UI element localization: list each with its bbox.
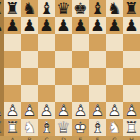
square-a1[interactable]: ♜♖ xyxy=(4,119,21,136)
square-g6[interactable] xyxy=(106,34,123,51)
piece-black-bishop[interactable]: ♝ xyxy=(89,0,106,17)
square-d8[interactable]: ♛ xyxy=(55,0,72,17)
piece-white-pawn[interactable]: ♙ xyxy=(38,102,55,119)
piece-black-queen[interactable]: ♛ xyxy=(55,0,72,17)
square-e4[interactable] xyxy=(72,68,89,85)
square-e8[interactable]: ♚ xyxy=(72,0,89,17)
square-a2[interactable]: ♟♙ xyxy=(4,102,21,119)
square-h6[interactable] xyxy=(123,34,140,51)
square-c3[interactable] xyxy=(38,85,55,102)
piece-white-bishop[interactable]: ♗ xyxy=(89,119,106,136)
square-f4[interactable] xyxy=(89,68,106,85)
square-c7[interactable]: ♟ xyxy=(38,17,55,34)
square-g8[interactable]: ♞ xyxy=(106,0,123,17)
square-c1[interactable]: ♝♗ xyxy=(38,119,55,136)
piece-black-bishop[interactable]: ♝ xyxy=(38,0,55,17)
square-h4[interactable] xyxy=(123,68,140,85)
square-d2[interactable]: ♟♙ xyxy=(55,102,72,119)
piece-black-pawn[interactable]: ♟ xyxy=(123,17,140,34)
square-g5[interactable] xyxy=(106,51,123,68)
piece-white-bishop[interactable]: ♗ xyxy=(38,119,55,136)
file-label-g: G xyxy=(106,136,123,140)
square-f1[interactable]: ♝♗ xyxy=(89,119,106,136)
square-b6[interactable] xyxy=(21,34,38,51)
piece-white-queen[interactable]: ♕ xyxy=(55,119,72,136)
square-h3[interactable] xyxy=(123,85,140,102)
chess-app-window: ♜♞♝♛♚♝♞♜♟♟♟♟♟♟♟♟♟♙♟♙♟♙♟♙♟♙♟♙♟♙♟♙♜♖♞♘♝♗♛♕… xyxy=(0,0,140,140)
square-f3[interactable] xyxy=(89,85,106,102)
piece-white-pawn[interactable]: ♙ xyxy=(21,102,38,119)
piece-white-rook[interactable]: ♖ xyxy=(123,119,140,136)
file-label-d: D xyxy=(55,136,72,140)
square-e5[interactable] xyxy=(72,51,89,68)
piece-black-pawn[interactable]: ♟ xyxy=(106,17,123,34)
piece-white-knight[interactable]: ♘ xyxy=(21,119,38,136)
square-b2[interactable]: ♟♙ xyxy=(21,102,38,119)
square-b4[interactable] xyxy=(21,68,38,85)
piece-white-pawn[interactable]: ♙ xyxy=(4,102,21,119)
piece-black-pawn[interactable]: ♟ xyxy=(89,17,106,34)
square-b5[interactable] xyxy=(21,51,38,68)
square-a6[interactable] xyxy=(4,34,21,51)
square-h1[interactable]: ♜♖ xyxy=(123,119,140,136)
square-c5[interactable] xyxy=(38,51,55,68)
piece-black-pawn[interactable]: ♟ xyxy=(38,17,55,34)
square-h7[interactable]: ♟ xyxy=(123,17,140,34)
square-b1[interactable]: ♞♘ xyxy=(21,119,38,136)
square-f6[interactable] xyxy=(89,34,106,51)
square-b7[interactable]: ♟ xyxy=(21,17,38,34)
piece-white-pawn[interactable]: ♙ xyxy=(72,102,89,119)
square-c6[interactable] xyxy=(38,34,55,51)
square-a3[interactable] xyxy=(4,85,21,102)
square-c4[interactable] xyxy=(38,68,55,85)
square-d3[interactable] xyxy=(55,85,72,102)
piece-white-pawn[interactable]: ♙ xyxy=(106,102,123,119)
square-d5[interactable] xyxy=(55,51,72,68)
square-f8[interactable]: ♝ xyxy=(89,0,106,17)
piece-black-rook[interactable]: ♜ xyxy=(4,0,21,17)
piece-white-pawn[interactable]: ♙ xyxy=(55,102,72,119)
piece-black-knight[interactable]: ♞ xyxy=(21,0,38,17)
file-labels-bar: ABCDEFGH xyxy=(0,136,140,140)
piece-black-rook[interactable]: ♜ xyxy=(123,0,140,17)
square-h5[interactable] xyxy=(123,51,140,68)
square-a7[interactable]: ♟ xyxy=(4,17,21,34)
piece-black-pawn[interactable]: ♟ xyxy=(55,17,72,34)
square-d7[interactable]: ♟ xyxy=(55,17,72,34)
square-h8[interactable]: ♜ xyxy=(123,0,140,17)
file-label-f: F xyxy=(89,136,106,140)
square-d1[interactable]: ♛♕ xyxy=(55,119,72,136)
square-a5[interactable] xyxy=(4,51,21,68)
file-label-b: B xyxy=(21,136,38,140)
square-g3[interactable] xyxy=(106,85,123,102)
square-a8[interactable]: ♜ xyxy=(4,0,21,17)
square-d6[interactable] xyxy=(55,34,72,51)
square-f7[interactable]: ♟ xyxy=(89,17,106,34)
square-f5[interactable] xyxy=(89,51,106,68)
chess-board: ♜♞♝♛♚♝♞♜♟♟♟♟♟♟♟♟♟♙♟♙♟♙♟♙♟♙♟♙♟♙♟♙♜♖♞♘♝♗♛♕… xyxy=(4,0,140,136)
square-e7[interactable]: ♟ xyxy=(72,17,89,34)
file-label-e: E xyxy=(72,136,89,140)
piece-black-pawn[interactable]: ♟ xyxy=(21,17,38,34)
file-label-a: A xyxy=(4,136,21,140)
square-g4[interactable] xyxy=(106,68,123,85)
square-b8[interactable]: ♞ xyxy=(21,0,38,17)
square-g1[interactable]: ♞♘ xyxy=(106,119,123,136)
square-a4[interactable] xyxy=(4,68,21,85)
square-h2[interactable]: ♟♙ xyxy=(123,102,140,119)
file-label-c: C xyxy=(38,136,55,140)
square-c8[interactable]: ♝ xyxy=(38,0,55,17)
square-g7[interactable]: ♟ xyxy=(106,17,123,34)
piece-white-rook[interactable]: ♖ xyxy=(4,119,21,136)
piece-black-knight[interactable]: ♞ xyxy=(106,0,123,17)
file-label-h: H xyxy=(123,136,140,140)
piece-white-king[interactable]: ♔ xyxy=(72,119,89,136)
square-g2[interactable]: ♟♙ xyxy=(106,102,123,119)
piece-black-pawn[interactable]: ♟ xyxy=(72,17,89,34)
square-e6[interactable] xyxy=(72,34,89,51)
square-e1[interactable]: ♚♔ xyxy=(72,119,89,136)
square-c2[interactable]: ♟♙ xyxy=(38,102,55,119)
piece-white-pawn[interactable]: ♙ xyxy=(89,102,106,119)
piece-white-pawn[interactable]: ♙ xyxy=(123,102,140,119)
square-f2[interactable]: ♟♙ xyxy=(89,102,106,119)
piece-black-king[interactable]: ♚ xyxy=(72,0,89,17)
piece-white-knight[interactable]: ♘ xyxy=(106,119,123,136)
square-b3[interactable] xyxy=(21,85,38,102)
piece-black-pawn[interactable]: ♟ xyxy=(4,17,21,34)
square-e3[interactable] xyxy=(72,85,89,102)
square-d4[interactable] xyxy=(55,68,72,85)
square-e2[interactable]: ♟♙ xyxy=(72,102,89,119)
